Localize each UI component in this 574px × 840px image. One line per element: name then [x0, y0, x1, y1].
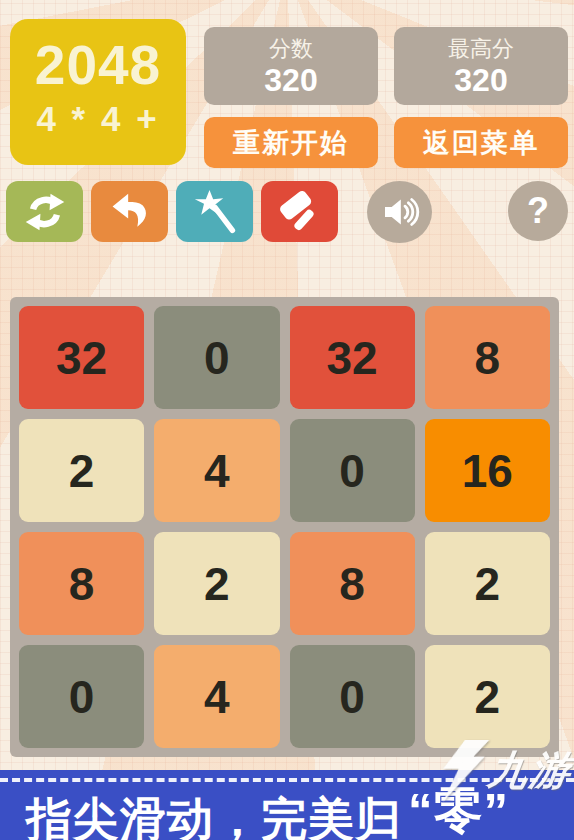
tile-8: 8: [425, 306, 550, 409]
tile-0: 0: [19, 645, 144, 748]
score-value: 320: [204, 62, 378, 98]
tile-0: 0: [290, 645, 415, 748]
tile-2: 2: [425, 532, 550, 635]
logo-subtitle: 4 * 4 +: [10, 94, 186, 144]
speaker-icon: [380, 192, 420, 232]
undo-icon: [108, 190, 152, 234]
tile-0: 0: [154, 306, 279, 409]
refresh-icon: [23, 190, 67, 234]
board-grid[interactable]: 3203282401682820402: [10, 297, 559, 757]
tile-16: 16: [425, 419, 550, 522]
tagline-zero: “零”: [408, 778, 509, 840]
tagline-main: 指尖滑动，完美归: [26, 793, 402, 840]
tile-2: 2: [19, 419, 144, 522]
app-root: 2048 4 * 4 + 分数 320 最高分 320 重新开始 返回菜单: [0, 0, 574, 840]
restart-button[interactable]: 重新开始: [204, 117, 378, 168]
tile-8: 8: [290, 532, 415, 635]
best-score-label: 最高分: [394, 36, 568, 62]
magic-wand-icon: [193, 190, 237, 234]
tile-8: 8: [19, 532, 144, 635]
best-score-panel: 最高分 320: [394, 27, 568, 105]
refresh-button[interactable]: [6, 181, 83, 242]
footer-banner: 指尖滑动，完美归“零”: [0, 770, 574, 840]
hammer-icon: [278, 190, 322, 234]
hammer-button[interactable]: [261, 181, 338, 242]
tile-32: 32: [290, 306, 415, 409]
help-icon: ?: [527, 190, 549, 232]
logo-title: 2048: [10, 36, 186, 94]
tile-4: 4: [154, 645, 279, 748]
sound-button[interactable]: [367, 181, 432, 243]
footer-tagline: 指尖滑动，完美归“零”: [26, 786, 509, 840]
magic-wand-button[interactable]: [176, 181, 253, 242]
return-menu-button[interactable]: 返回菜单: [394, 117, 568, 168]
score-label: 分数: [204, 36, 378, 62]
undo-button[interactable]: [91, 181, 168, 242]
tile-32: 32: [19, 306, 144, 409]
game-logo: 2048 4 * 4 +: [10, 19, 186, 165]
tile-0: 0: [290, 419, 415, 522]
tile-2: 2: [425, 645, 550, 748]
score-panel: 分数 320: [204, 27, 378, 105]
help-button[interactable]: ?: [508, 181, 568, 241]
tile-4: 4: [154, 419, 279, 522]
tile-2: 2: [154, 532, 279, 635]
best-score-value: 320: [394, 62, 568, 98]
